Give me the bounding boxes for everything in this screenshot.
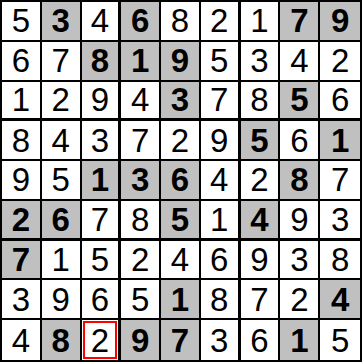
sudoku-cell[interactable]: 9 <box>82 82 122 122</box>
sudoku-cell[interactable]: 2 <box>320 42 360 82</box>
sudoku-cell[interactable]: 2 <box>201 2 241 42</box>
sudoku-cell[interactable]: 7 <box>320 161 360 201</box>
sudoku-cell[interactable]: 9 <box>121 320 161 360</box>
sudoku-cell[interactable]: 7 <box>161 320 201 360</box>
sudoku-cell[interactable]: 5 <box>241 121 281 161</box>
sudoku-cell[interactable]: 5 <box>2 2 42 42</box>
sudoku-cell[interactable]: 1 <box>320 121 360 161</box>
sudoku-cell[interactable]: 8 <box>121 201 161 241</box>
sudoku-cell[interactable]: 9 <box>241 241 281 281</box>
sudoku-cell[interactable]: 6 <box>320 82 360 122</box>
sudoku-cell[interactable]: 7 <box>82 201 122 241</box>
sudoku-cell[interactable]: 7 <box>241 280 281 320</box>
sudoku-cell[interactable]: 6 <box>241 320 281 360</box>
sudoku-cell[interactable]: 6 <box>121 2 161 42</box>
sudoku-cell[interactable]: 4 <box>161 241 201 281</box>
sudoku-cell[interactable]: 4 <box>320 280 360 320</box>
sudoku-cell[interactable]: 5 <box>161 201 201 241</box>
sudoku-cell[interactable]: 2 <box>161 121 201 161</box>
sudoku-cell[interactable]: 1 <box>280 320 320 360</box>
sudoku-cell[interactable]: 2 <box>241 161 281 201</box>
sudoku-cell[interactable]: 3 <box>82 121 122 161</box>
sudoku-cell[interactable]: 8 <box>320 241 360 281</box>
sudoku-cell[interactable]: 8 <box>82 42 122 82</box>
sudoku-cell[interactable]: 3 <box>280 241 320 281</box>
sudoku-cell[interactable]: 6 <box>161 161 201 201</box>
sudoku-cell[interactable]: 3 <box>161 82 201 122</box>
sudoku-cell[interactable]: 8 <box>241 82 281 122</box>
sudoku-cell[interactable]: 5 <box>42 161 82 201</box>
sudoku-cell[interactable]: 9 <box>320 2 360 42</box>
sudoku-cell[interactable]: 3 <box>42 2 82 42</box>
sudoku-cell[interactable]: 1 <box>82 161 122 201</box>
sudoku-cell[interactable]: 8 <box>201 280 241 320</box>
sudoku-cell-selected[interactable]: 2 <box>82 320 122 360</box>
sudoku-cell[interactable]: 9 <box>42 280 82 320</box>
sudoku-cell[interactable]: 1 <box>42 241 82 281</box>
sudoku-cell[interactable]: 8 <box>2 121 42 161</box>
sudoku-cell[interactable]: 1 <box>121 42 161 82</box>
sudoku-cell[interactable]: 4 <box>241 201 281 241</box>
sudoku-cell[interactable]: 3 <box>320 201 360 241</box>
sudoku-cell[interactable]: 6 <box>2 42 42 82</box>
sudoku-cell[interactable]: 5 <box>280 82 320 122</box>
sudoku-cell[interactable]: 1 <box>201 201 241 241</box>
sudoku-cell[interactable]: 9 <box>280 201 320 241</box>
sudoku-cell[interactable]: 5 <box>320 320 360 360</box>
sudoku-cell[interactable]: 4 <box>42 121 82 161</box>
sudoku-cell[interactable]: 9 <box>201 121 241 161</box>
sudoku-board: 5346821796781953421294378568437295619513… <box>0 0 362 362</box>
sudoku-cell[interactable]: 6 <box>280 121 320 161</box>
sudoku-cell[interactable]: 8 <box>42 320 82 360</box>
sudoku-cell[interactable]: 1 <box>241 2 281 42</box>
sudoku-cell[interactable]: 4 <box>121 82 161 122</box>
sudoku-cell[interactable]: 4 <box>280 42 320 82</box>
sudoku-cell[interactable]: 3 <box>2 280 42 320</box>
sudoku-cell[interactable]: 8 <box>280 161 320 201</box>
sudoku-cell[interactable]: 6 <box>42 201 82 241</box>
sudoku-cell[interactable]: 1 <box>161 280 201 320</box>
sudoku-cell[interactable]: 5 <box>121 280 161 320</box>
sudoku-cell[interactable]: 9 <box>2 161 42 201</box>
sudoku-cell[interactable]: 2 <box>42 82 82 122</box>
sudoku-cell[interactable]: 7 <box>42 42 82 82</box>
sudoku-cell[interactable]: 4 <box>82 2 122 42</box>
sudoku-cell[interactable]: 3 <box>241 42 281 82</box>
sudoku-cell[interactable]: 3 <box>201 320 241 360</box>
sudoku-cell[interactable]: 7 <box>2 241 42 281</box>
sudoku-cell[interactable]: 2 <box>280 280 320 320</box>
sudoku-cell[interactable]: 5 <box>82 241 122 281</box>
sudoku-cell[interactable]: 4 <box>2 320 42 360</box>
sudoku-cell[interactable]: 6 <box>82 280 122 320</box>
sudoku-cell[interactable]: 2 <box>121 241 161 281</box>
sudoku-cell[interactable]: 8 <box>161 2 201 42</box>
sudoku-cell[interactable]: 1 <box>2 82 42 122</box>
sudoku-cell[interactable]: 7 <box>280 2 320 42</box>
sudoku-cell[interactable]: 2 <box>2 201 42 241</box>
sudoku-cell[interactable]: 3 <box>121 161 161 201</box>
sudoku-cell[interactable]: 7 <box>121 121 161 161</box>
sudoku-cell[interactable]: 5 <box>201 42 241 82</box>
sudoku-cell[interactable]: 6 <box>201 241 241 281</box>
sudoku-cell[interactable]: 7 <box>201 82 241 122</box>
sudoku-cell[interactable]: 9 <box>161 42 201 82</box>
sudoku-cell[interactable]: 4 <box>201 161 241 201</box>
